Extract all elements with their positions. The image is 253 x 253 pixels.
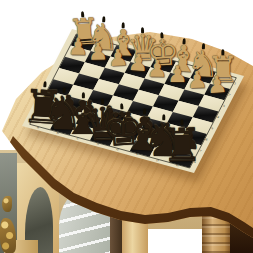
file-label-g: g [156,159,160,162]
file-label-f: f [136,153,139,156]
file-label-d: d [96,142,100,145]
rank-label-3: 3 [222,105,226,108]
rank-label-7: 7 [199,149,203,152]
rank-label-1: 1 [233,82,237,85]
rank-label-5: 5 [210,127,214,130]
rank-label-6: 6 [204,138,208,141]
rank-label-8: 8 [193,161,197,164]
rank-label-4: 4 [216,116,220,119]
rank-label-2: 2 [228,93,232,96]
file-label-e: e [116,148,120,151]
photo-scene: a1b2c3d4e5f6g7h8 ♜♞♝♛♚♝♞♜♟♟♟♟♟♟♟♟♟♟♟♟♟♟♟… [0,0,253,253]
file-label-h: h [176,164,180,167]
file-label-c: c [76,137,79,140]
gilded-ornament-small [2,196,12,212]
file-label-a: a [36,126,40,129]
file-label-b: b [56,132,60,135]
